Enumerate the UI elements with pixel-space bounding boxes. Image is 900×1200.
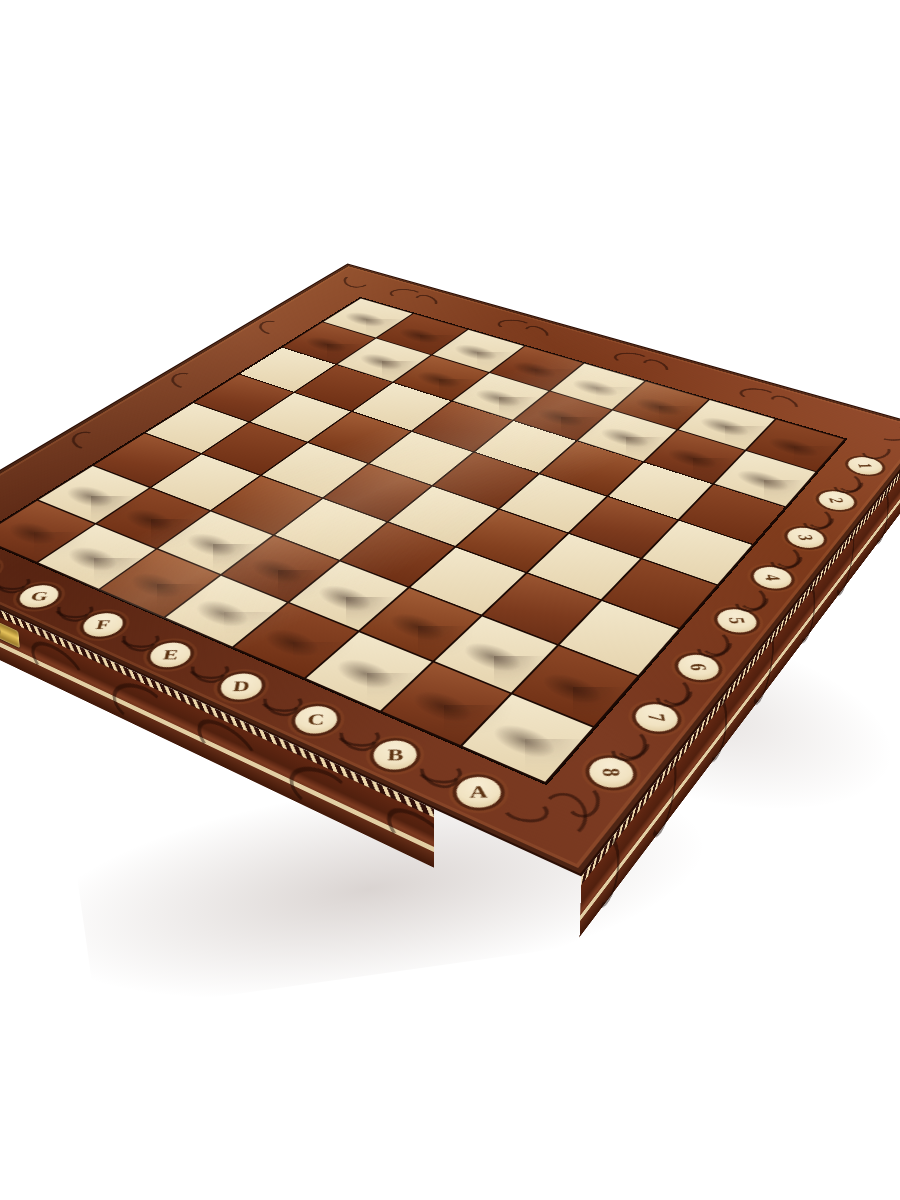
- engraved-flourish: [256, 686, 306, 721]
- engraved-flourish: [255, 319, 289, 337]
- engraved-flourish: [690, 631, 739, 662]
- engraved-flourish: [771, 545, 801, 569]
- rank-label-text: 2: [824, 498, 848, 504]
- black-rook-glyph: ♜: [458, 602, 592, 744]
- chess-set-photo: HGFEDCBA12345678 ♜♞♝♚♛♝♞♜♟♟♟♟♟♟♟♟♟♟♟♟♟♟♟…: [0, 0, 900, 1200]
- rank-label-2: 2: [814, 488, 860, 514]
- file-label-B: B: [365, 735, 425, 775]
- engraved-flourish: [183, 656, 235, 683]
- file-label-E: E: [142, 638, 199, 672]
- file-label-F: F: [75, 609, 131, 641]
- rank-label-text: 7: [642, 714, 671, 722]
- engraved-flourish: [804, 507, 833, 529]
- engraved-flourish: [255, 687, 308, 715]
- rank-label-4: 4: [748, 563, 797, 593]
- engraved-flourish: [540, 792, 589, 838]
- engraved-flourish: [498, 793, 553, 826]
- engraved-flourish: [797, 508, 840, 533]
- engraved-flourish: [658, 676, 690, 706]
- engraved-flourish: [728, 587, 775, 616]
- rank-label-text: 1: [853, 463, 877, 468]
- engraved-flourish: [114, 626, 165, 651]
- file-label-H: H: [0, 555, 5, 584]
- rank-label-text: 5: [724, 617, 751, 624]
- file-label-text: B: [387, 746, 404, 765]
- rank-label-text: 6: [685, 664, 713, 672]
- rank-label-text: 3: [793, 535, 818, 541]
- engraved-flourish: [613, 728, 648, 761]
- engraved-flourish: [184, 654, 232, 687]
- rank-label-8: 8: [582, 752, 641, 793]
- engraved-flourish: [699, 629, 730, 657]
- engraved-flourish: [603, 729, 657, 766]
- engraved-flourish: [764, 546, 809, 573]
- file-label-text: D: [232, 678, 251, 695]
- engraved-flourish: [648, 678, 699, 712]
- engraved-flourish: [564, 783, 601, 819]
- engraved-flourish: [0, 569, 32, 597]
- file-label-text: E: [161, 647, 180, 663]
- file-label-G: G: [12, 581, 67, 612]
- file-label-text: F: [94, 617, 112, 632]
- engraved-flourish: [331, 721, 384, 751]
- file-label-D: D: [212, 669, 270, 705]
- engraved-flourish: [827, 473, 869, 496]
- engraved-flourish: [412, 754, 466, 793]
- engraved-flourish: [332, 719, 384, 756]
- file-label-A: A: [448, 771, 509, 813]
- rank-label-6: 6: [671, 650, 725, 685]
- engraved-flourish: [49, 597, 99, 621]
- engraved-flourish: [51, 596, 96, 626]
- file-label-C: C: [287, 701, 346, 739]
- rank-label-text: 8: [596, 768, 626, 777]
- rank-label-5: 5: [711, 605, 763, 637]
- rank-label-3: 3: [782, 524, 830, 552]
- file-label-text: A: [470, 782, 488, 802]
- engraved-flourish: [868, 424, 900, 443]
- engraved-flourish: [0, 570, 36, 593]
- file-label-text: G: [28, 589, 50, 603]
- engraved-flourish: [412, 756, 466, 787]
- rank-label-text: 4: [760, 574, 786, 581]
- engraved-flourish: [167, 371, 202, 391]
- rank-label-7: 7: [628, 699, 684, 737]
- engraved-flourish: [116, 624, 162, 655]
- engraved-flourish: [737, 586, 767, 612]
- file-label-text: C: [307, 711, 326, 729]
